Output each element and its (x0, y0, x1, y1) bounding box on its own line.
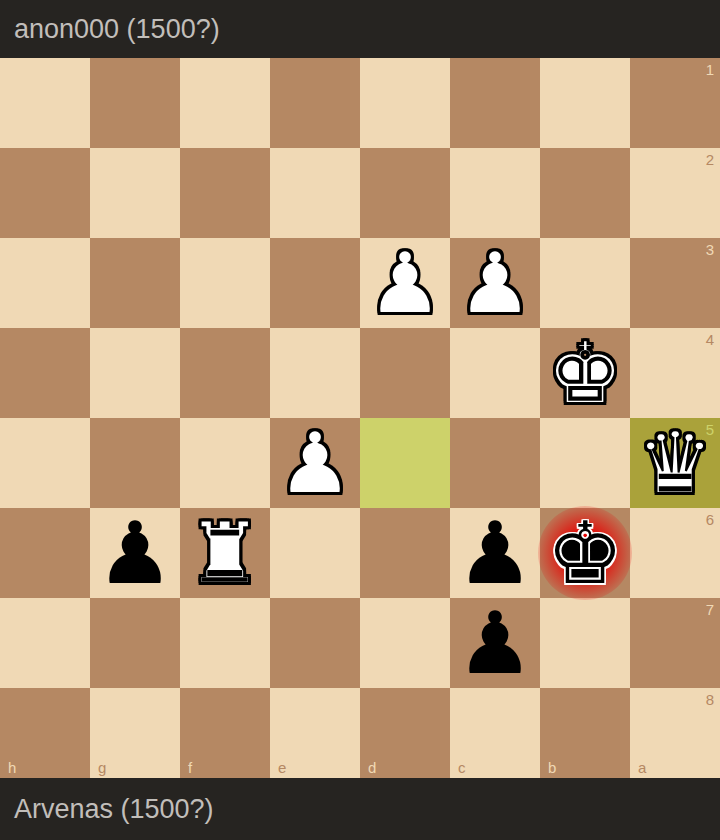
piece-white-pawn-d3[interactable]: ♟ (360, 238, 450, 328)
square-g7[interactable] (90, 598, 180, 688)
square-d1[interactable] (360, 58, 450, 148)
square-d7[interactable] (360, 598, 450, 688)
square-c7[interactable]: ♟ (450, 598, 540, 688)
square-h6[interactable] (0, 508, 90, 598)
square-d6[interactable] (360, 508, 450, 598)
square-h4[interactable] (0, 328, 90, 418)
square-g6[interactable]: ♟ (90, 508, 180, 598)
file-label-c: c (458, 759, 466, 776)
square-a8[interactable]: 8a (630, 688, 720, 778)
square-d2[interactable] (360, 148, 450, 238)
rank-label-6: 6 (706, 511, 714, 528)
square-c8[interactable]: c (450, 688, 540, 778)
square-h3[interactable] (0, 238, 90, 328)
square-b7[interactable] (540, 598, 630, 688)
piece-black-pawn-g6[interactable]: ♟ (90, 508, 180, 598)
square-h8[interactable]: h (0, 688, 90, 778)
square-f6[interactable]: ♜ (180, 508, 270, 598)
square-h2[interactable] (0, 148, 90, 238)
square-a1[interactable]: 1 (630, 58, 720, 148)
square-h5[interactable] (0, 418, 90, 508)
square-d8[interactable]: d (360, 688, 450, 778)
square-d3[interactable]: ♟ (360, 238, 450, 328)
square-e2[interactable] (270, 148, 360, 238)
square-f1[interactable] (180, 58, 270, 148)
square-g3[interactable] (90, 238, 180, 328)
square-h7[interactable] (0, 598, 90, 688)
square-d5[interactable] (360, 418, 450, 508)
rank-label-8: 8 (706, 691, 714, 708)
square-b5[interactable] (540, 418, 630, 508)
file-label-h: h (8, 759, 16, 776)
file-label-a: a (638, 759, 646, 776)
piece-black-pawn-c7[interactable]: ♟ (450, 598, 540, 688)
piece-black-king-b6[interactable]: ♚ (540, 508, 630, 598)
piece-black-pawn-c6[interactable]: ♟ (450, 508, 540, 598)
square-a5[interactable]: 5♛ (630, 418, 720, 508)
square-g2[interactable] (90, 148, 180, 238)
square-b4[interactable]: ♚ (540, 328, 630, 418)
square-c6[interactable]: ♟ (450, 508, 540, 598)
square-c3[interactable]: ♟ (450, 238, 540, 328)
square-a6[interactable]: 6 (630, 508, 720, 598)
top-player-label: anon000 (1500?) (14, 14, 220, 45)
chess-board[interactable]: 12♟♟3♚4♟5♛♟♜♟♚6♟7hgfedcb8a (0, 58, 720, 778)
bottom-player-label: Arvenas (1500?) (14, 794, 214, 825)
file-label-b: b (548, 759, 556, 776)
piece-white-queen-a5[interactable]: ♛ (630, 418, 720, 508)
square-b2[interactable] (540, 148, 630, 238)
top-player-bar: anon000 (1500?) (0, 0, 720, 58)
square-e8[interactable]: e (270, 688, 360, 778)
square-b6[interactable]: ♚ (540, 508, 630, 598)
square-h1[interactable] (0, 58, 90, 148)
square-b3[interactable] (540, 238, 630, 328)
square-e6[interactable] (270, 508, 360, 598)
square-a4[interactable]: 4 (630, 328, 720, 418)
square-a7[interactable]: 7 (630, 598, 720, 688)
piece-white-pawn-c3[interactable]: ♟ (450, 238, 540, 328)
piece-white-pawn-e5[interactable]: ♟ (270, 418, 360, 508)
square-g8[interactable]: g (90, 688, 180, 778)
rank-label-7: 7 (706, 601, 714, 618)
square-d4[interactable] (360, 328, 450, 418)
square-b8[interactable]: b (540, 688, 630, 778)
file-label-g: g (98, 759, 106, 776)
square-e4[interactable] (270, 328, 360, 418)
file-label-d: d (368, 759, 376, 776)
square-f4[interactable] (180, 328, 270, 418)
square-e7[interactable] (270, 598, 360, 688)
square-f2[interactable] (180, 148, 270, 238)
square-c2[interactable] (450, 148, 540, 238)
square-c4[interactable] (450, 328, 540, 418)
square-e3[interactable] (270, 238, 360, 328)
square-e1[interactable] (270, 58, 360, 148)
square-f7[interactable] (180, 598, 270, 688)
rank-label-1: 1 (706, 61, 714, 78)
piece-white-rook-f6[interactable]: ♜ (180, 508, 270, 598)
rank-label-2: 2 (706, 151, 714, 168)
square-a2[interactable]: 2 (630, 148, 720, 238)
rank-label-4: 4 (706, 331, 714, 348)
square-c5[interactable] (450, 418, 540, 508)
square-g5[interactable] (90, 418, 180, 508)
piece-white-king-b4[interactable]: ♚ (540, 328, 630, 418)
square-g1[interactable] (90, 58, 180, 148)
square-f3[interactable] (180, 238, 270, 328)
file-label-f: f (188, 759, 192, 776)
square-c1[interactable] (450, 58, 540, 148)
square-f8[interactable]: f (180, 688, 270, 778)
rank-label-3: 3 (706, 241, 714, 258)
square-b1[interactable] (540, 58, 630, 148)
square-f5[interactable] (180, 418, 270, 508)
square-g4[interactable] (90, 328, 180, 418)
bottom-player-bar: Arvenas (1500?) (0, 778, 720, 840)
file-label-e: e (278, 759, 286, 776)
square-a3[interactable]: 3 (630, 238, 720, 328)
square-e5[interactable]: ♟ (270, 418, 360, 508)
